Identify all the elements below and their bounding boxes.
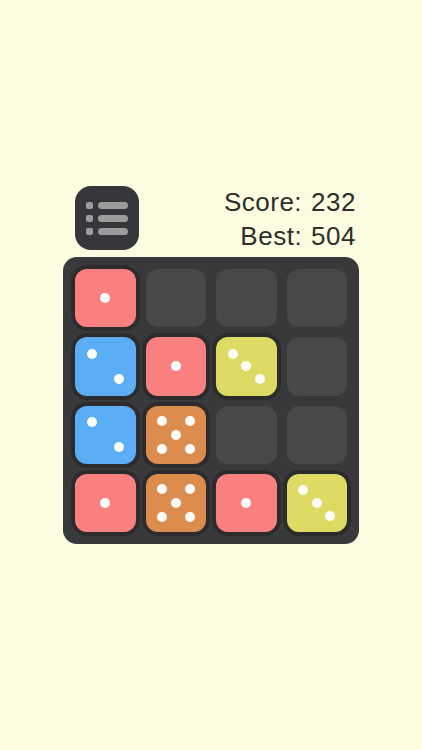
cell-r2c2 [146, 337, 207, 395]
cell-r1c1 [75, 269, 136, 327]
best-line: Best:504 [224, 219, 356, 253]
die-pip [114, 374, 124, 384]
die-pip [171, 430, 181, 440]
die-tile-1[interactable] [75, 474, 136, 532]
cell-r3c4 [287, 406, 348, 464]
die-pip [87, 417, 97, 427]
die-pip [100, 293, 110, 303]
die-pip [312, 498, 322, 508]
die-pip [171, 361, 181, 371]
best-value: 504 [311, 221, 356, 251]
cell-r4c4 [287, 474, 348, 532]
die-tile-1[interactable] [75, 269, 136, 327]
cell-r4c1 [75, 474, 136, 532]
die-pip [157, 512, 167, 522]
die-tile-3[interactable] [287, 474, 348, 532]
best-label: Best: [240, 221, 302, 251]
game-screen: Score:232 Best:504 [0, 0, 422, 750]
die-pip [325, 511, 335, 521]
cell-r1c4 [287, 269, 348, 327]
cell-r4c2 [146, 474, 207, 532]
die-tile-2[interactable] [75, 406, 136, 464]
die-pip [100, 498, 110, 508]
die-pip [157, 484, 167, 494]
die-pip [185, 512, 195, 522]
menu-button[interactable] [75, 186, 139, 250]
die-pip [255, 374, 265, 384]
cell-r3c1 [75, 406, 136, 464]
scoreboard: Score:232 Best:504 [224, 185, 356, 253]
die-tile-5[interactable] [146, 406, 207, 464]
die-pip [241, 361, 251, 371]
score-label: Score: [224, 187, 302, 217]
die-pip [157, 416, 167, 426]
cell-r1c3 [216, 269, 277, 327]
die-pip [228, 349, 238, 359]
cell-r1c2 [146, 269, 207, 327]
die-tile-2[interactable] [75, 337, 136, 395]
cell-r3c3 [216, 406, 277, 464]
die-pip [87, 349, 97, 359]
die-pip [185, 416, 195, 426]
cell-r4c3 [216, 474, 277, 532]
die-pip [185, 444, 195, 454]
die-pip [171, 498, 181, 508]
die-pip [185, 484, 195, 494]
cell-r3c2 [146, 406, 207, 464]
die-pip [298, 485, 308, 495]
board[interactable] [63, 257, 359, 544]
cell-r2c1 [75, 337, 136, 395]
score-value: 232 [311, 187, 356, 217]
cell-r2c3 [216, 337, 277, 395]
cell-r2c4 [287, 337, 348, 395]
die-tile-1[interactable] [146, 337, 207, 395]
score-line: Score:232 [224, 185, 356, 219]
die-tile-3[interactable] [216, 337, 277, 395]
die-pip [241, 498, 251, 508]
die-tile-5[interactable] [146, 474, 207, 532]
list-menu-icon [86, 202, 128, 235]
die-pip [157, 444, 167, 454]
die-tile-1[interactable] [216, 474, 277, 532]
die-pip [114, 442, 124, 452]
